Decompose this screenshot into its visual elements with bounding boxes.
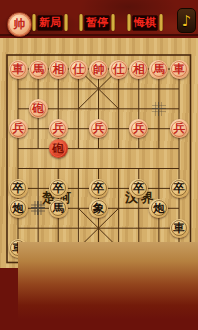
piece-red-elephant-g0[interactable]: 相 — [129, 60, 148, 79]
piece-black-horse-c7[interactable]: 馬 — [49, 199, 68, 218]
piece-red-horse-b0[interactable]: 馬 — [29, 60, 48, 79]
new-game-button[interactable]: 新局 — [32, 14, 68, 31]
piece-black-cannon-a7[interactable]: 炮 — [9, 199, 28, 218]
piece-black-elephant-e7[interactable]: 象 — [89, 199, 108, 218]
piece-red-horse-h0[interactable]: 馬 — [149, 60, 168, 79]
piece-red-soldier-c3[interactable]: 兵 — [49, 119, 68, 138]
piece-black-soldier-g6[interactable]: 卒 — [129, 179, 148, 198]
piece-black-soldier-c6[interactable]: 卒 — [49, 179, 68, 198]
pause-button[interactable]: 暂停 — [79, 14, 115, 31]
point-marker-b7 — [31, 201, 45, 215]
piece-red-cannon-b2[interactable]: 砲 — [29, 99, 48, 118]
pause-button-label: 暂停 — [84, 15, 110, 31]
piece-red-elephant-c0[interactable]: 相 — [49, 60, 68, 79]
sound-toggle-button[interactable]: ♪ — [177, 8, 196, 33]
piece-red-advisor-d0[interactable]: 仕 — [69, 60, 88, 79]
music-note-icon: ♪ — [182, 12, 192, 30]
piece-red-soldier-i3[interactable]: 兵 — [170, 119, 189, 138]
new-game-button-label: 新局 — [37, 15, 63, 31]
piece-black-soldier-a6[interactable]: 卒 — [9, 179, 28, 198]
gold-bar-icon — [64, 14, 68, 31]
toolbar: 帅 新局 暂停 悔棋 ♪ — [0, 0, 198, 36]
xiangqi-board[interactable]: 楚河 汉界 車馬相仕帥仕相馬車砲兵兵兵兵兵砲卒卒卒卒卒炮馬象炮車車 — [0, 38, 198, 268]
piece-red-chariot-i0[interactable]: 車 — [170, 60, 189, 79]
piece-red-chariot-a0[interactable]: 車 — [9, 60, 28, 79]
piece-red-advisor-f0[interactable]: 仕 — [109, 60, 128, 79]
point-marker-h2 — [152, 102, 166, 116]
piece-red-cannon-c4[interactable]: 砲 — [49, 139, 68, 158]
gold-bar-icon — [79, 14, 83, 31]
banner-overlay — [18, 242, 198, 330]
piece-black-chariot-i8[interactable]: 車 — [170, 219, 189, 238]
undo-move-button[interactable]: 悔棋 — [127, 14, 163, 31]
app-logo-piece-icon[interactable]: 帅 — [7, 12, 32, 37]
piece-red-general-e0[interactable]: 帥 — [89, 60, 108, 79]
gold-bar-icon — [127, 14, 131, 31]
undo-move-button-label: 悔棋 — [132, 15, 158, 31]
piece-black-soldier-i6[interactable]: 卒 — [170, 179, 189, 198]
gold-bar-icon — [159, 14, 163, 31]
gold-bar-icon — [32, 14, 36, 31]
piece-red-soldier-a3[interactable]: 兵 — [9, 119, 28, 138]
gold-bar-icon — [111, 14, 115, 31]
piece-black-soldier-e6[interactable]: 卒 — [89, 179, 108, 198]
